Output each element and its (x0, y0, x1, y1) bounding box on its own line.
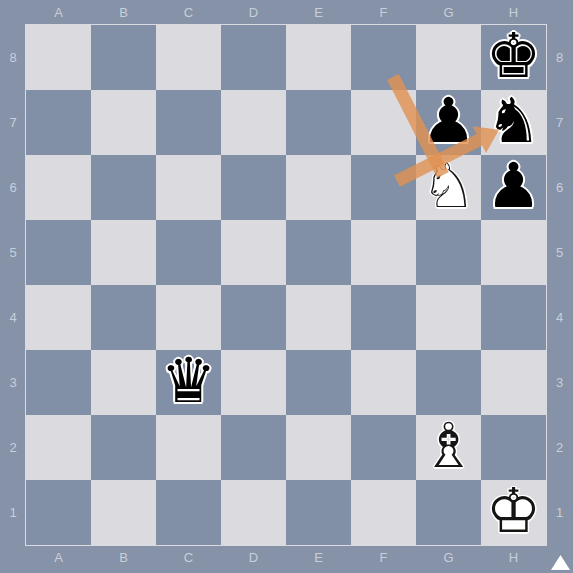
white-knight-glyph: ♘ (421, 155, 477, 217)
square-g5[interactable] (416, 220, 481, 285)
square-h4[interactable] (481, 285, 546, 350)
file-labels-top: ABCDEFGH (26, 0, 546, 25)
square-d4[interactable] (221, 285, 286, 350)
file-label: C (156, 544, 221, 573)
square-f4[interactable] (351, 285, 416, 350)
piece-black-queen[interactable]: ♛ (156, 350, 221, 415)
square-f6[interactable] (351, 155, 416, 220)
black-pawn-glyph: ♟ (486, 155, 542, 217)
rank-label: 6 (0, 155, 26, 220)
file-label: G (416, 0, 481, 25)
file-label: G (416, 544, 481, 573)
file-label: H (481, 544, 546, 573)
rank-label: 1 (0, 480, 26, 545)
square-e5[interactable] (286, 220, 351, 285)
square-a3[interactable] (26, 350, 91, 415)
piece-black-knight[interactable]: ♞ (481, 90, 546, 155)
piece-black-king[interactable]: ♚ (481, 25, 546, 90)
square-h5[interactable] (481, 220, 546, 285)
square-c5[interactable] (156, 220, 221, 285)
rank-label: 1 (546, 480, 573, 545)
piece-black-pawn[interactable]: ♟ (416, 90, 481, 155)
square-d1[interactable] (221, 480, 286, 545)
square-e6[interactable] (286, 155, 351, 220)
square-f3[interactable] (351, 350, 416, 415)
square-a6[interactable] (26, 155, 91, 220)
square-c6[interactable] (156, 155, 221, 220)
square-e2[interactable] (286, 415, 351, 480)
square-b3[interactable] (91, 350, 156, 415)
rank-label: 3 (0, 350, 26, 415)
square-f7[interactable] (351, 90, 416, 155)
square-c2[interactable] (156, 415, 221, 480)
chess-board-diagram: ABCDEFGH ABCDEFGH 87654321 87654321 ♚♟♞♞… (0, 0, 573, 573)
square-f5[interactable] (351, 220, 416, 285)
square-c7[interactable] (156, 90, 221, 155)
rank-label: 8 (0, 25, 26, 90)
file-label: F (351, 544, 416, 573)
black-pawn-glyph: ♟ (421, 90, 477, 152)
square-b7[interactable] (91, 90, 156, 155)
piece-white-bishop[interactable]: ♝♗ (416, 415, 481, 480)
square-f8[interactable] (351, 25, 416, 90)
file-label: E (286, 544, 351, 573)
square-d7[interactable] (221, 90, 286, 155)
file-label: B (91, 0, 156, 25)
rank-label: 5 (0, 220, 26, 285)
white-to-move-indicator (551, 555, 570, 570)
rank-label: 5 (546, 220, 573, 285)
square-f2[interactable] (351, 415, 416, 480)
square-d6[interactable] (221, 155, 286, 220)
square-e1[interactable] (286, 480, 351, 545)
rank-labels-right: 87654321 (546, 25, 573, 545)
piece-black-pawn[interactable]: ♟ (481, 155, 546, 220)
square-e8[interactable] (286, 25, 351, 90)
rank-label: 4 (546, 285, 573, 350)
square-c4[interactable] (156, 285, 221, 350)
square-a2[interactable] (26, 415, 91, 480)
file-label: F (351, 0, 416, 25)
rank-label: 2 (0, 415, 26, 480)
square-c1[interactable] (156, 480, 221, 545)
rank-label: 8 (546, 25, 573, 90)
file-label: A (26, 0, 91, 25)
rank-label: 3 (546, 350, 573, 415)
white-bishop-glyph: ♗ (421, 415, 477, 477)
square-d2[interactable] (221, 415, 286, 480)
square-e7[interactable] (286, 90, 351, 155)
square-h2[interactable] (481, 415, 546, 480)
square-e3[interactable] (286, 350, 351, 415)
white-king-glyph: ♔ (486, 480, 542, 542)
square-e4[interactable] (286, 285, 351, 350)
square-a4[interactable] (26, 285, 91, 350)
square-g8[interactable] (416, 25, 481, 90)
square-g1[interactable] (416, 480, 481, 545)
square-d3[interactable] (221, 350, 286, 415)
square-g4[interactable] (416, 285, 481, 350)
square-b4[interactable] (91, 285, 156, 350)
piece-white-king[interactable]: ♚♔ (481, 480, 546, 545)
file-labels-bottom: ABCDEFGH (26, 544, 546, 573)
black-knight-glyph: ♞ (486, 90, 542, 152)
file-label: E (286, 0, 351, 25)
rank-label: 6 (546, 155, 573, 220)
file-label: A (26, 544, 91, 573)
black-queen-glyph: ♛ (161, 350, 217, 412)
black-king-glyph: ♚ (486, 25, 542, 87)
square-b1[interactable] (91, 480, 156, 545)
square-f1[interactable] (351, 480, 416, 545)
board: ♚♟♞♞♘♟♛♝♗♚♔ (26, 25, 546, 545)
rank-label: 2 (546, 415, 573, 480)
square-a5[interactable] (26, 220, 91, 285)
square-c8[interactable] (156, 25, 221, 90)
square-b6[interactable] (91, 155, 156, 220)
square-a8[interactable] (26, 25, 91, 90)
file-label: D (221, 0, 286, 25)
square-h3[interactable] (481, 350, 546, 415)
square-b5[interactable] (91, 220, 156, 285)
square-d8[interactable] (221, 25, 286, 90)
square-a7[interactable] (26, 90, 91, 155)
rank-label: 4 (0, 285, 26, 350)
file-label: D (221, 544, 286, 573)
piece-white-knight[interactable]: ♞♘ (416, 155, 481, 220)
file-label: B (91, 544, 156, 573)
file-label: C (156, 0, 221, 25)
square-d5[interactable] (221, 220, 286, 285)
rank-labels-left: 87654321 (0, 25, 26, 545)
rank-label: 7 (0, 90, 26, 155)
square-a1[interactable] (26, 480, 91, 545)
square-b2[interactable] (91, 415, 156, 480)
rank-label: 7 (546, 90, 573, 155)
square-b8[interactable] (91, 25, 156, 90)
square-g3[interactable] (416, 350, 481, 415)
